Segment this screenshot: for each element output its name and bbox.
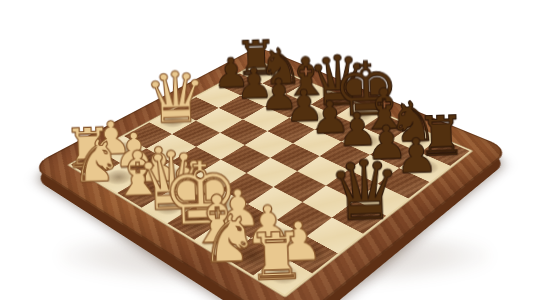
chess-set-photo: ♜♞♝♛♚♝♞♜♟♟♟♟♟♟♟♟♛♛♟♟♟♟♟♟♟♟♜♞♝♛♚♝♞♜ [0, 0, 533, 300]
square-c7: ♟ [265, 94, 311, 118]
piece-black-queen: ♛ [326, 148, 368, 231]
piece-black-king: ♚ [332, 52, 368, 127]
square-d7: ♟ [289, 105, 336, 130]
square-a5 [173, 97, 219, 121]
square-e5 [270, 143, 320, 171]
board-maple-inlay: ♜♞♝♛♚♝♞♜♟♟♟♟♟♟♟♟♛♛♟♟♟♟♟♟♟♟♜♞♝♛♚♝♞♜ [67, 61, 474, 298]
square-a4: ♛ [149, 109, 196, 134]
board-grid: ♜♞♝♛♚♝♞♜♟♟♟♟♟♟♟♟♛♛♟♟♟♟♟♟♟♟♜♞♝♛♚♝♞♜ [71, 63, 470, 295]
piece-black-pawn: ♟ [259, 72, 293, 116]
square-b7: ♟ [241, 84, 286, 107]
perspective-scene: ♜♞♝♛♚♝♞♜♟♟♟♟♟♟♟♟♛♛♟♟♟♟♟♟♟♟♜♞♝♛♚♝♞♜ [0, 0, 533, 300]
piece-white-rook: ♜ [246, 224, 291, 290]
square-b6 [219, 95, 265, 119]
square-a7: ♟ [218, 74, 262, 96]
square-d8: ♛ [311, 92, 357, 116]
square-a6 [196, 85, 241, 108]
square-e7: ♟ [315, 116, 363, 142]
piece-shadow [271, 96, 305, 113]
piece-shadow [292, 84, 325, 101]
piece-black-queen: ♛ [306, 46, 341, 116]
square-b5 [196, 108, 243, 133]
piece-shadow [245, 65, 277, 81]
piece-black-knight: ♞ [257, 42, 290, 93]
piece-black-pawn: ♟ [284, 83, 319, 128]
square-b8: ♞ [262, 72, 306, 94]
piece-shadow [316, 95, 350, 112]
piece-black-pawn: ♟ [310, 94, 346, 140]
square-d6 [267, 118, 315, 144]
piece-shadow [295, 107, 330, 125]
square-a8: ♜ [240, 63, 283, 84]
piece-black-pawn: ♟ [235, 62, 268, 105]
piece-shadow [268, 74, 301, 90]
piece-shadow [155, 112, 190, 130]
piece-black-pawn: ♟ [212, 52, 245, 94]
piece-shadow [321, 119, 356, 138]
piece-shadow [247, 86, 280, 103]
piece-black-rook: ♜ [234, 34, 266, 82]
square-c6 [243, 106, 290, 131]
piece-shadow [224, 76, 257, 92]
square-d5 [244, 131, 293, 158]
square-c5 [220, 119, 268, 145]
piece-black-bishop: ♝ [281, 50, 315, 104]
square-c8: ♝ [286, 82, 331, 105]
square-h1: ♜ [253, 255, 312, 294]
chess-board: ♜♞♝♛♚♝♞♜♟♟♟♟♟♟♟♟♛♛♟♟♟♟♟♟♟♟♜♞♝♛♚♝♞♜ [30, 46, 511, 300]
